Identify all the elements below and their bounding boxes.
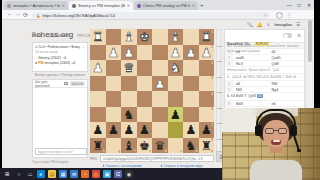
move-number: 5 bbox=[225, 87, 233, 92]
square-h3[interactable]: ♟ bbox=[90, 60, 106, 76]
square-g5[interactable] bbox=[106, 91, 122, 107]
square-g2[interactable]: ♟ bbox=[106, 45, 122, 61]
black-n-piece[interactable]: ♞ bbox=[121, 107, 137, 123]
white-r-piece[interactable]: ♜ bbox=[90, 29, 106, 45]
chat-input[interactable]: Будьте вежливы в чате! bbox=[35, 148, 87, 155]
square-a8[interactable]: ♜a8 bbox=[199, 138, 215, 154]
black-p-piece[interactable]: ♟ bbox=[168, 107, 184, 123]
white-player[interactable]: ○ Smotry (2302) −4 bbox=[35, 56, 85, 60]
white-move[interactable]: Nc3 bbox=[233, 61, 269, 66]
streamer-shirt bbox=[250, 160, 302, 180]
fen-input[interactable]: rn1qkb1r/pp2pppp/2p2n2/8/3P4/2N2Q1P/PPP2… bbox=[100, 155, 214, 162]
square-h5[interactable] bbox=[90, 91, 106, 107]
white-move[interactable]: Bd3 bbox=[233, 101, 269, 106]
game-result: Белые сдались • Победа чёрных bbox=[32, 73, 88, 77]
inline-moves[interactable]: 6. h3 Bxf3 7. Qxf3 c6 bbox=[225, 93, 304, 101]
square-e7[interactable]: ♟ bbox=[137, 122, 153, 138]
white-move[interactable]: exd5 bbox=[233, 55, 269, 60]
square-c4[interactable] bbox=[168, 76, 184, 92]
square-c1[interactable]: ♝ bbox=[168, 29, 184, 45]
eval-gauge bbox=[216, 29, 221, 153]
black-move[interactable]: Qxd5 bbox=[269, 55, 305, 60]
white-move[interactable]: Nf3 bbox=[233, 87, 269, 92]
square-e8[interactable]: ♚e bbox=[137, 138, 153, 154]
white-p-piece[interactable]: ♟ bbox=[106, 45, 122, 61]
minimize-button[interactable]: — bbox=[284, 0, 294, 10]
file-label: d bbox=[165, 149, 167, 153]
square-h8[interactable]: ♜h bbox=[90, 138, 106, 154]
square-g3[interactable] bbox=[106, 60, 122, 76]
game-info-box: ⏱ 3+0 • Рейтинговая • Блиц 14 часов наза… bbox=[32, 42, 88, 72]
lichess-nav: ИГРАОБУЧЕНИЕПРОСМОТРСООБЩЕСТВОИНСТРУМЕНТ… bbox=[2, 21, 314, 29]
square-f3[interactable]: ♛ bbox=[121, 60, 137, 76]
file-label: c bbox=[180, 149, 182, 153]
square-f1[interactable]: ♝ bbox=[121, 29, 137, 45]
square-h6[interactable] bbox=[90, 107, 106, 123]
current-move[interactable]: c6 bbox=[257, 94, 263, 98]
black-p-piece[interactable]: ♟ bbox=[106, 122, 122, 138]
mail-icon[interactable]: ✉ bbox=[70, 170, 78, 178]
firefox-icon[interactable]: ◔ bbox=[81, 170, 89, 178]
move-comment: Неточность. Лучше было 3... Qa5. bbox=[225, 67, 304, 74]
chess-board[interactable]: ♜♝♚♝♜1♟♟♟♟♟2♟♛♞3♟45♞♟6♟♟♟♟♟♟7♜hg♝f♚e♛dc♞… bbox=[90, 29, 214, 153]
square-c2[interactable]: ♟ bbox=[168, 45, 184, 61]
close-button[interactable]: ✕ bbox=[304, 0, 314, 10]
browser-menu-icon[interactable]: ⋮ bbox=[286, 11, 292, 18]
chrome-icon[interactable]: ◎ bbox=[92, 170, 100, 178]
square-e4[interactable] bbox=[137, 76, 153, 92]
spectator-chat: Чат для зрителей ✓ Зрители Будьте вежлив… bbox=[32, 79, 88, 158]
rank-label: 1 bbox=[211, 30, 213, 34]
white-b-piece[interactable]: ♝ bbox=[168, 29, 184, 45]
square-d8[interactable]: ♛d bbox=[152, 138, 168, 154]
move-number: 4 bbox=[225, 81, 233, 86]
move-number: 8 bbox=[225, 101, 233, 106]
move-number: 3 bbox=[225, 61, 233, 66]
rank-label: 4 bbox=[211, 76, 213, 80]
url-text: https://lichess.org/2SOVAGpA5/black#14 bbox=[42, 13, 115, 18]
black-move[interactable]: e6 bbox=[269, 101, 305, 106]
square-a3[interactable]: 3 bbox=[199, 60, 215, 76]
black-p-piece[interactable]: ♟ bbox=[90, 122, 106, 138]
square-e1[interactable]: ♚ bbox=[137, 29, 153, 45]
chat-header: Чат для зрителей bbox=[35, 80, 62, 88]
square-h2[interactable] bbox=[90, 45, 106, 61]
broadcast-link[interactable]: Трансляция PM imsoplox bbox=[32, 160, 92, 164]
file-label: a bbox=[211, 149, 213, 153]
engine-badge: POPCNT bbox=[255, 42, 270, 46]
hamburger-icon[interactable]: ☰ bbox=[296, 22, 300, 27]
square-c6[interactable]: ♟ bbox=[168, 107, 184, 123]
file-label: g bbox=[118, 149, 120, 153]
browser-tab-3[interactable]: Chess PM analog vs PM imsop✕ bbox=[134, 1, 198, 10]
rank-label: 2 bbox=[211, 45, 213, 49]
game-time-ago: 14 часов назад bbox=[35, 50, 85, 54]
bell-icon[interactable]: 🔔 bbox=[257, 22, 263, 27]
tab-favicon bbox=[7, 4, 11, 8]
square-c8[interactable]: c bbox=[168, 138, 184, 154]
square-a1[interactable]: ♜1 bbox=[199, 29, 215, 45]
square-a7[interactable]: ♟7 bbox=[199, 122, 215, 138]
file-label: h bbox=[103, 149, 105, 153]
engine-name: Stockfish 10+ bbox=[227, 42, 250, 46]
black-p-piece[interactable]: ♟ bbox=[183, 122, 199, 138]
forward-icon[interactable]: → bbox=[15, 11, 21, 17]
glasses bbox=[265, 128, 287, 134]
favorite-star-icon[interactable]: ☆ bbox=[81, 45, 85, 50]
square-g7[interactable]: ♟ bbox=[106, 122, 122, 138]
move-number: 2 bbox=[225, 55, 233, 60]
maximize-button[interactable]: □ bbox=[294, 0, 304, 10]
file-label: b bbox=[196, 149, 198, 153]
square-b1[interactable] bbox=[183, 29, 199, 45]
webcam-overlay bbox=[222, 108, 320, 180]
square-f4[interactable] bbox=[121, 76, 137, 92]
new-tab-button[interactable]: + bbox=[200, 2, 204, 8]
move-list: 1e4d52exd5Qxd53Nc3Qd8Неточность. Лучше б… bbox=[225, 49, 304, 113]
clock-icon: ⏱ bbox=[35, 45, 38, 49]
square-d6[interactable] bbox=[152, 107, 168, 123]
square-b6[interactable] bbox=[183, 107, 199, 123]
store-icon[interactable]: ▦ bbox=[59, 170, 67, 178]
square-d7[interactable] bbox=[152, 122, 168, 138]
white-move[interactable]: d4 bbox=[233, 81, 269, 86]
square-e6[interactable] bbox=[137, 107, 153, 123]
black-move[interactable]: Nf6 bbox=[269, 81, 305, 86]
browser-tab-1[interactable]: imsoplox • Активность • lich✕ bbox=[4, 1, 68, 10]
square-b4[interactable] bbox=[183, 76, 199, 92]
reload-icon[interactable]: ⟳ bbox=[23, 11, 28, 18]
obs-icon[interactable]: ◉ bbox=[125, 170, 133, 178]
black-p-piece[interactable]: ♟ bbox=[137, 122, 153, 138]
tab-favicon bbox=[72, 4, 76, 8]
white-n-piece[interactable]: ♞ bbox=[168, 60, 184, 76]
file-explorer-icon[interactable]: ▤ bbox=[48, 170, 56, 178]
spectators-button[interactable]: Зрители bbox=[70, 81, 86, 86]
white-k-piece[interactable]: ♚ bbox=[137, 29, 153, 45]
photos-icon[interactable]: ▣ bbox=[103, 170, 111, 178]
square-h4[interactable] bbox=[90, 76, 106, 92]
browser-toolbar: ← → ⟳ 🔒https://lichess.org/2SOVAGpA5/bla… bbox=[2, 10, 314, 20]
white-p-piece[interactable]: ♟ bbox=[121, 45, 137, 61]
square-a4[interactable]: 4 bbox=[199, 76, 215, 92]
lock-icon: 🔒 bbox=[36, 14, 40, 18]
square-d2[interactable] bbox=[152, 45, 168, 61]
tab-close-icon[interactable]: ✕ bbox=[62, 3, 65, 8]
edge-icon[interactable]: e bbox=[37, 170, 45, 178]
black-player[interactable]: ● PM imsoplox (2400) +4 bbox=[35, 61, 85, 65]
file-label: e bbox=[149, 149, 151, 153]
rank-label: 3 bbox=[211, 61, 213, 65]
white-b-piece[interactable]: ♝ bbox=[121, 29, 137, 45]
square-b3[interactable] bbox=[183, 60, 199, 76]
profile-avatar[interactable]: ◯ bbox=[276, 11, 283, 18]
bookmark-star-icon[interactable]: ☆ bbox=[263, 12, 267, 19]
square-f5[interactable] bbox=[121, 91, 137, 107]
white-q-piece[interactable]: ♛ bbox=[121, 60, 137, 76]
fen-label: FEN bbox=[90, 157, 97, 161]
lichess-logo[interactable]: lichess.org bbox=[32, 30, 74, 39]
cortana-icon[interactable]: ○ bbox=[15, 170, 23, 178]
back-icon[interactable]: ← bbox=[7, 11, 13, 17]
square-f7[interactable]: ♟ bbox=[121, 122, 137, 138]
white-p-piece[interactable]: ♟ bbox=[168, 45, 184, 61]
download-raw-link[interactable]: ⬇ Скачать в исходном виде bbox=[160, 164, 203, 168]
white-p-piece[interactable]: ♟ bbox=[183, 45, 199, 61]
browser-tab-strip: imsoplox • Активность • lich✕Smotry vs P… bbox=[2, 0, 314, 10]
square-c5[interactable] bbox=[168, 91, 184, 107]
square-h1[interactable]: ♜ bbox=[90, 29, 106, 45]
white-p-piece[interactable]: ♟ bbox=[90, 60, 106, 76]
square-a6[interactable]: 6 bbox=[199, 107, 215, 123]
chat-toggle-checkbox[interactable]: ✓ bbox=[64, 82, 68, 86]
tab-close-icon[interactable]: ✕ bbox=[192, 3, 195, 8]
square-g8[interactable]: g bbox=[106, 138, 122, 154]
square-b7[interactable]: ♟ bbox=[183, 122, 199, 138]
square-f6[interactable]: ♞ bbox=[121, 107, 137, 123]
start-button[interactable]: ⊞ bbox=[3, 170, 11, 178]
mic-boom bbox=[292, 133, 299, 150]
white-p-piece[interactable]: ♟ bbox=[152, 76, 168, 92]
gear-icon[interactable]: ⚙ bbox=[297, 33, 301, 38]
tab-close-icon[interactable]: ✕ bbox=[127, 3, 130, 8]
file-label: f bbox=[135, 149, 136, 153]
black-p-piece[interactable]: ♟ bbox=[121, 122, 137, 138]
square-d4[interactable]: ♟ bbox=[152, 76, 168, 92]
black-move[interactable]: Bg4 bbox=[269, 87, 305, 92]
tab-favicon bbox=[137, 4, 141, 8]
rank-label: 6 bbox=[211, 107, 213, 111]
engine-toggle[interactable] bbox=[283, 33, 292, 38]
challenge-icon[interactable]: ⚔ bbox=[266, 22, 270, 27]
square-c3[interactable]: ♞ bbox=[168, 60, 184, 76]
wall-background bbox=[222, 108, 256, 132]
square-b2[interactable]: ♟ bbox=[183, 45, 199, 61]
square-d3[interactable] bbox=[152, 60, 168, 76]
address-bar[interactable]: 🔒https://lichess.org/2SOVAGpA5/black#14 … bbox=[32, 12, 270, 19]
square-b8[interactable]: ♞b bbox=[183, 138, 199, 154]
square-g4[interactable] bbox=[106, 76, 122, 92]
engine-subtitle: в локальном браузере bbox=[227, 49, 302, 53]
headphone-cup-left bbox=[255, 125, 262, 136]
square-e2[interactable] bbox=[137, 45, 153, 61]
game-meta: 3+0 • Рейтинговая • Блиц bbox=[39, 45, 80, 49]
scrollbar-thumb[interactable] bbox=[308, 20, 312, 62]
square-d5[interactable] bbox=[152, 91, 168, 107]
discord-icon[interactable]: ᗧ bbox=[114, 170, 122, 178]
username[interactable]: imsoplox bbox=[274, 22, 292, 27]
square-a5[interactable]: 5 bbox=[199, 91, 215, 107]
rank-label: 7 bbox=[211, 123, 213, 127]
rank-label: 5 bbox=[211, 92, 213, 96]
square-g1[interactable] bbox=[106, 29, 122, 45]
square-d1[interactable] bbox=[152, 29, 168, 45]
square-f2[interactable]: ♟ bbox=[121, 45, 137, 61]
move-comment: 3... Qa5 4. d4 Nf6 5. Nf3 c6 6. Bc4 Bf5 … bbox=[225, 74, 304, 81]
task-view-icon[interactable]: ▭ bbox=[26, 170, 34, 178]
square-b5[interactable] bbox=[183, 91, 199, 107]
rank-label: 8 bbox=[211, 138, 213, 142]
square-e5[interactable] bbox=[137, 91, 153, 107]
square-h7[interactable]: ♟ bbox=[90, 122, 106, 138]
square-c7[interactable] bbox=[168, 122, 184, 138]
square-f8[interactable]: ♝f bbox=[121, 138, 137, 154]
black-move[interactable]: Qd8 bbox=[269, 61, 305, 66]
square-e3[interactable] bbox=[137, 60, 153, 76]
square-g6[interactable] bbox=[106, 107, 122, 123]
browser-tab-2[interactable]: Smotry vs PM imsoplox (B01✕ bbox=[69, 1, 133, 10]
square-a2[interactable]: ♟2 bbox=[199, 45, 215, 61]
search-icon[interactable]: 🔍 bbox=[247, 22, 253, 27]
